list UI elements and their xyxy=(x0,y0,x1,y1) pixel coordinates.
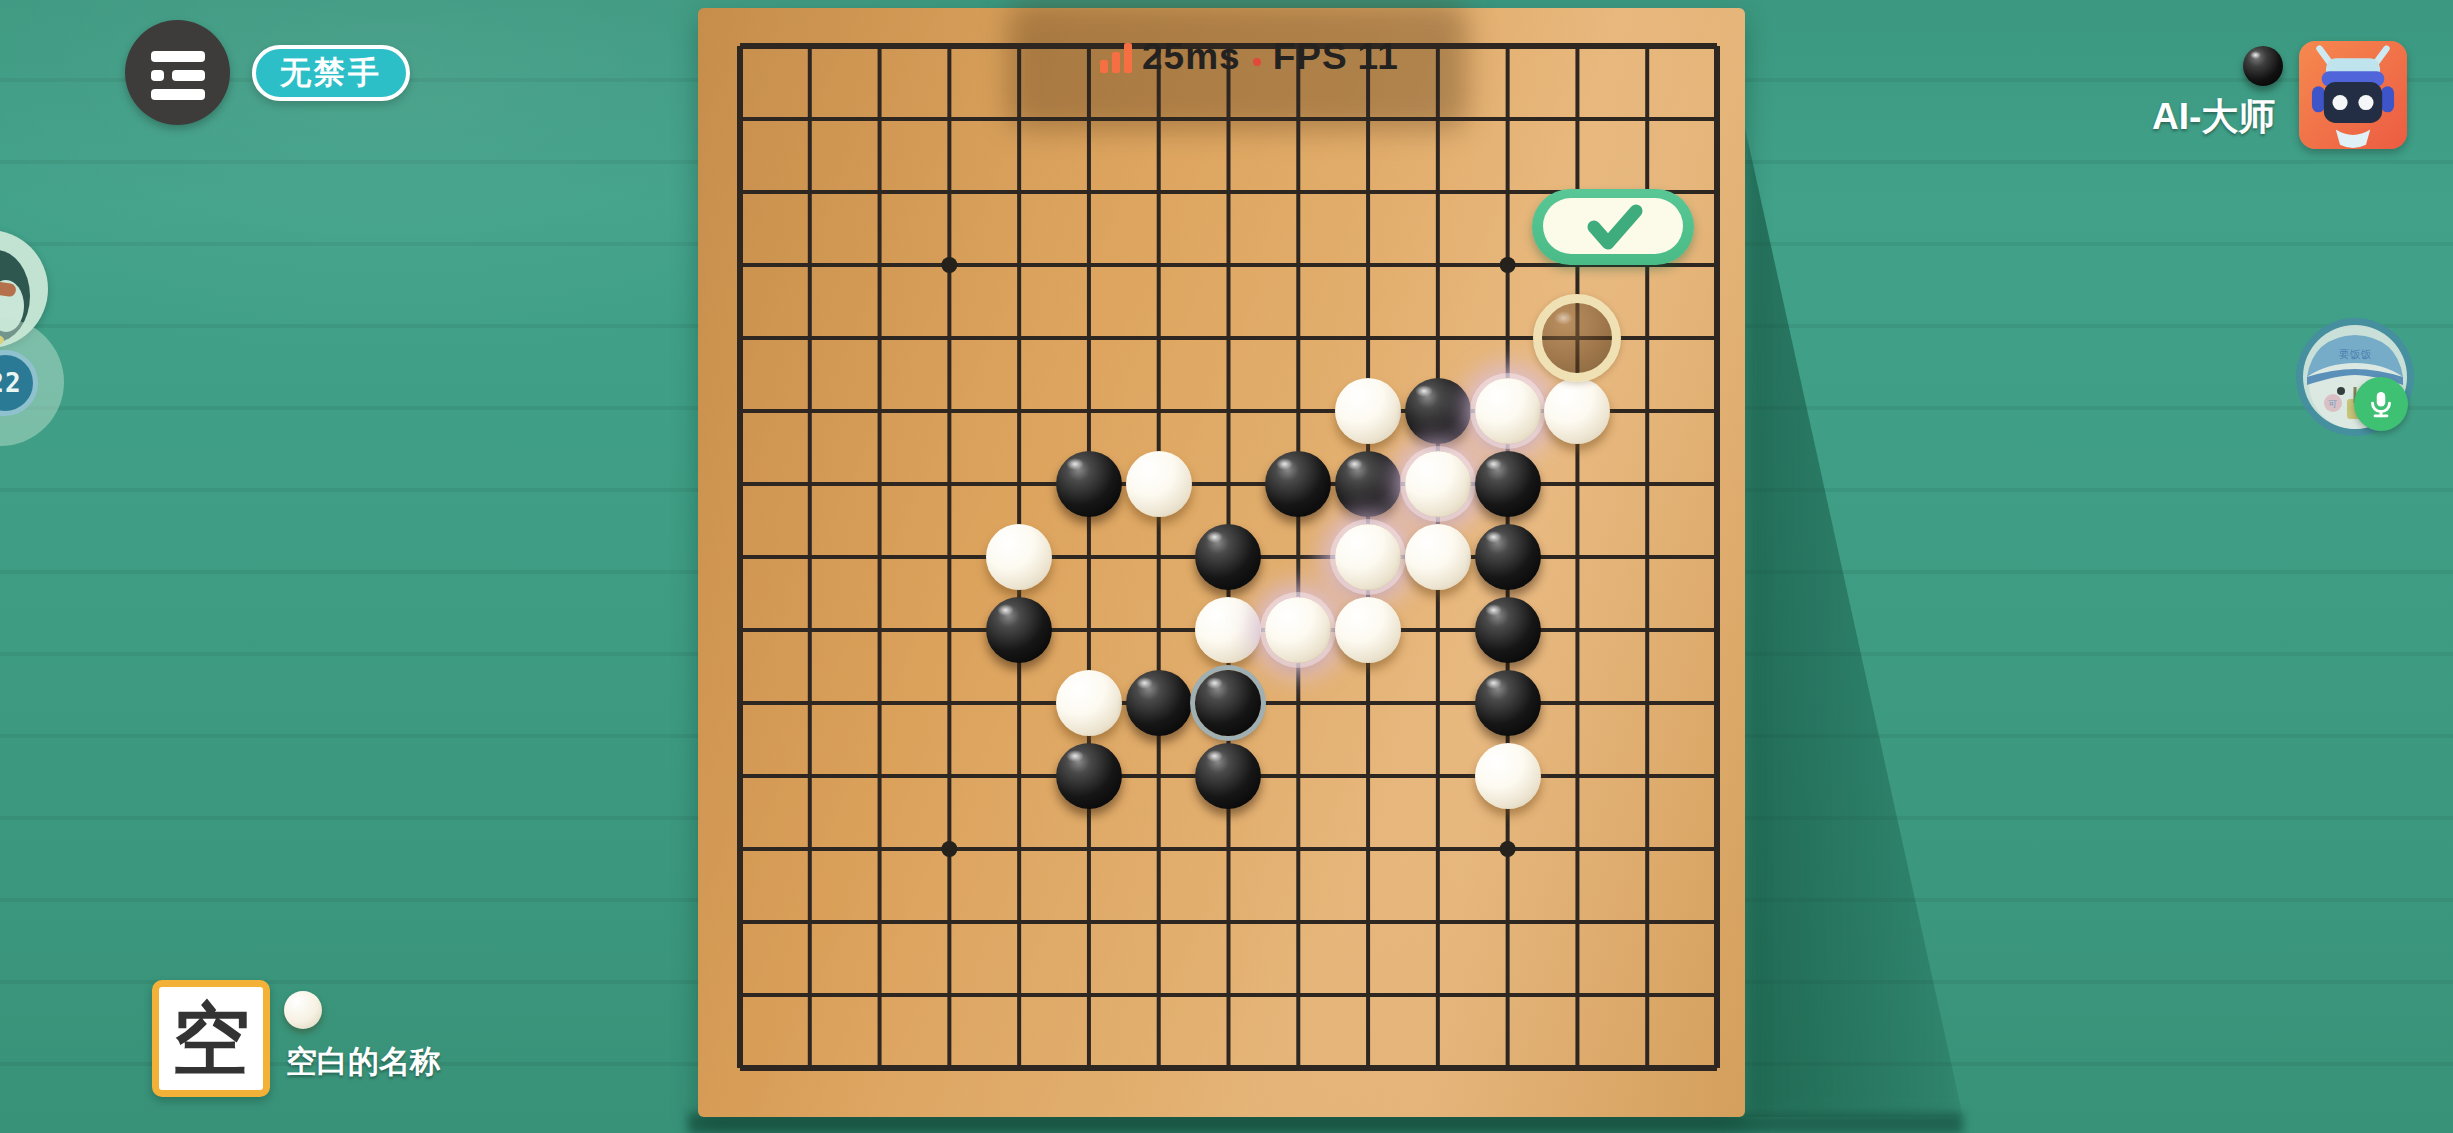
ai-player-name: AI-大师 xyxy=(2152,92,2282,142)
svg-text:要饭饭: 要饭饭 xyxy=(2339,348,2372,360)
gomoku-board[interactable] xyxy=(698,8,1745,1117)
timer-value: 22 xyxy=(0,368,22,398)
white-stone xyxy=(1475,378,1541,444)
white-stone xyxy=(1544,378,1610,444)
black-stone xyxy=(1475,451,1541,517)
black-stone xyxy=(1265,451,1331,517)
white-stone xyxy=(1335,524,1401,590)
hud-dot-icon xyxy=(1253,58,1261,66)
black-stone xyxy=(1056,743,1122,809)
white-stone xyxy=(1405,524,1471,590)
svg-text:可: 可 xyxy=(2329,399,2338,409)
ai-robot-avatar[interactable] xyxy=(2299,41,2407,149)
black-stone xyxy=(1475,670,1541,736)
black-stone xyxy=(1405,378,1471,444)
voice-chat-button[interactable] xyxy=(2354,377,2408,431)
fps-value: 11 xyxy=(1358,36,1399,78)
white-stone xyxy=(986,524,1052,590)
menu-button[interactable] xyxy=(125,20,230,125)
player-name: 空白的名称 xyxy=(286,1041,441,1083)
white-stone xyxy=(1056,670,1122,736)
white-stone xyxy=(1265,597,1331,663)
rule-badge: 无禁手 xyxy=(252,45,410,101)
microphone-icon xyxy=(2364,387,2398,421)
player-tile-char: 空 xyxy=(172,1000,250,1078)
checkmark-icon xyxy=(1532,189,1694,265)
black-stone xyxy=(1126,670,1192,736)
black-stone xyxy=(1475,597,1541,663)
robot-avatar-icon xyxy=(2299,41,2407,149)
latency-value: 25ms xyxy=(1142,36,1241,78)
confirm-move-button[interactable] xyxy=(1532,189,1694,265)
white-stone xyxy=(1405,451,1471,517)
fps-label: FPS xyxy=(1273,36,1348,78)
black-stone xyxy=(1335,451,1401,517)
black-stone xyxy=(1056,451,1122,517)
hamburger-menu-icon xyxy=(151,51,205,62)
pending-move-marker[interactable] xyxy=(1533,294,1621,382)
player-avatar-card[interactable]: 空 xyxy=(152,980,270,1097)
white-stone xyxy=(1475,743,1541,809)
player-color-stone-icon xyxy=(284,991,322,1029)
game-screen: 25ms FPS 11 无禁手 AI-大师 xyxy=(0,0,2453,1133)
white-stone xyxy=(1335,597,1401,663)
black-stone xyxy=(986,597,1052,663)
black-stone xyxy=(1475,524,1541,590)
white-stone xyxy=(1335,378,1401,444)
performance-hud: 25ms FPS 11 xyxy=(1100,36,1399,78)
white-stone xyxy=(1126,451,1192,517)
ai-color-stone-icon xyxy=(2243,46,2283,86)
signal-bars-icon xyxy=(1100,41,1132,73)
